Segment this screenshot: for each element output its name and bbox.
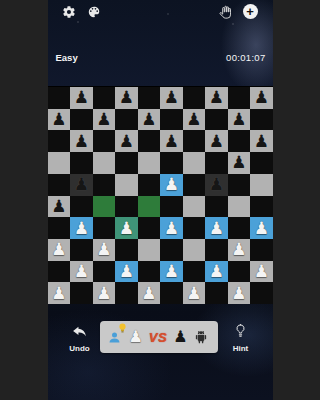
white-pawn: ♟ [119,220,134,237]
board-cell[interactable]: ♟ [70,217,93,239]
board-cell[interactable]: ♟ [70,261,93,283]
hint-button[interactable]: Hint [219,322,263,353]
black-pawn: ♟ [209,133,224,150]
black-pawn: ♟ [119,133,134,150]
white-pawn: ♟ [164,220,179,237]
board-cell[interactable] [115,196,138,218]
board-cell[interactable]: ♟ [205,130,228,152]
board-cell[interactable] [228,261,251,283]
board-cell[interactable] [228,217,251,239]
white-pawn: ♟ [74,220,89,237]
players-panel[interactable]: ♟ VS ♟ [100,321,218,353]
board-cell[interactable] [205,239,228,261]
black-pawn: ♟ [74,133,89,150]
board-cell[interactable]: ♟ [205,174,228,196]
board-cell[interactable]: ♟ [93,109,116,131]
board-cell[interactable] [115,109,138,131]
board-cell[interactable] [183,130,206,152]
board-cell[interactable]: ♟ [70,174,93,196]
board-cell[interactable]: ♟ [115,130,138,152]
black-pawn: ♟ [164,133,179,150]
board-cell[interactable] [205,109,228,131]
black-pawn: ♟ [96,111,111,128]
white-pawn: ♟ [231,285,246,302]
board-cell[interactable]: ♟ [138,109,161,131]
black-pawn: ♟ [209,89,224,106]
board-cell[interactable] [93,130,116,152]
vs-label: VS [149,330,167,345]
white-pawn: ♟ [209,220,224,237]
board-cell[interactable] [183,261,206,283]
board-cell[interactable] [115,239,138,261]
board-cell[interactable]: ♟ [70,130,93,152]
board-cell[interactable] [70,239,93,261]
board-cell[interactable] [115,282,138,304]
board-cell[interactable] [48,174,71,196]
board-cell[interactable]: ♟ [48,196,71,218]
board-cell[interactable] [160,196,183,218]
black-pawn: ♟ [186,111,201,128]
white-pawn: ♟ [164,263,179,280]
board-cell[interactable] [93,174,116,196]
board-cell[interactable] [138,87,161,109]
board-cell[interactable]: ♟ [115,217,138,239]
board-cell[interactable] [160,282,183,304]
idea-bulb-icon [118,323,127,334]
black-pawn: ♟ [254,133,269,150]
board-cell[interactable]: ♟ [48,282,71,304]
board-cell[interactable]: ♟ [160,217,183,239]
board-cell[interactable] [138,152,161,174]
board-cell[interactable]: ♟ [48,239,71,261]
board-cell[interactable] [93,87,116,109]
pan-hand-icon[interactable] [218,5,233,20]
board-cell[interactable] [48,217,71,239]
board-cell[interactable]: ♟ [70,87,93,109]
board-cell[interactable] [138,261,161,283]
white-pawn: ♟ [164,176,179,193]
black-pawn-icon: ♟ [173,329,187,345]
undo-button[interactable]: Undo [58,325,102,353]
board-cell[interactable]: ♟ [250,261,273,283]
board-cell[interactable] [250,174,273,196]
board-cell[interactable]: ♟ [228,109,251,131]
black-pawn: ♟ [74,176,89,193]
board-cell[interactable] [228,196,251,218]
board-cell[interactable] [250,239,273,261]
board-cell[interactable]: ♟ [160,130,183,152]
board-cell[interactable] [115,174,138,196]
board-cell[interactable] [138,196,161,218]
difficulty-label: Easy [56,52,78,63]
board-cell[interactable] [93,196,116,218]
board-cell[interactable] [250,282,273,304]
board-cell[interactable] [70,109,93,131]
new-game-plus-icon[interactable]: + [243,4,258,19]
black-pawn: ♟ [254,89,269,106]
board-cell[interactable] [70,152,93,174]
board-cell[interactable] [183,87,206,109]
board-cell[interactable] [138,130,161,152]
board-cell[interactable]: ♟ [160,87,183,109]
board-cell[interactable] [183,239,206,261]
board-cell[interactable]: ♟ [160,174,183,196]
settings-gear-icon[interactable] [62,5,76,19]
board-cell[interactable] [228,130,251,152]
board-cell[interactable] [205,196,228,218]
board-cell[interactable] [93,261,116,283]
black-pawn: ♟ [119,89,134,106]
white-pawn: ♟ [96,285,111,302]
board-cell[interactable] [93,217,116,239]
board-cell[interactable] [250,196,273,218]
board-cell[interactable] [250,152,273,174]
board-cell[interactable]: ♟ [250,87,273,109]
board-cell[interactable] [160,239,183,261]
board-cell[interactable] [138,239,161,261]
human-player-icon [107,330,122,345]
board-cell[interactable] [250,109,273,131]
board-cell[interactable]: ♟ [228,152,251,174]
board-cell[interactable] [70,282,93,304]
white-pawn: ♟ [96,241,111,258]
black-pawn: ♟ [209,176,224,193]
black-pawn: ♟ [141,111,156,128]
white-pawn: ♟ [231,241,246,258]
hint-label: Hint [219,344,263,353]
board-cell[interactable] [183,217,206,239]
board-cell[interactable] [70,196,93,218]
white-pawn: ♟ [209,263,224,280]
white-pawn: ♟ [186,285,201,302]
board-cell[interactable]: ♟ [93,282,116,304]
board-cell[interactable] [48,87,71,109]
board-cell[interactable] [115,152,138,174]
board-cell[interactable]: ♟ [205,261,228,283]
white-pawn: ♟ [254,263,269,280]
board-cell[interactable] [48,261,71,283]
board-cell[interactable] [205,282,228,304]
undo-label: Undo [58,344,102,353]
board-cell[interactable] [93,152,116,174]
board-cell[interactable]: ♟ [183,109,206,131]
board-cell[interactable] [138,174,161,196]
game-timer: 00:01:07 [226,52,265,63]
board-cell[interactable] [48,130,71,152]
board-cell[interactable]: ♟ [160,261,183,283]
black-pawn: ♟ [51,111,66,128]
white-pawn: ♟ [51,241,66,258]
black-pawn: ♟ [231,111,246,128]
black-pawn: ♟ [51,198,66,215]
white-pawn: ♟ [74,263,89,280]
board-cell[interactable]: ♟ [115,87,138,109]
board-cell[interactable] [205,152,228,174]
board-cell[interactable] [228,174,251,196]
board-cell[interactable]: ♟ [183,282,206,304]
android-robot-icon [193,329,209,345]
white-pawn: ♟ [141,285,156,302]
board-cell[interactable]: ♟ [205,217,228,239]
board-cell[interactable] [48,152,71,174]
board-cell[interactable] [160,152,183,174]
white-pawn: ♟ [51,285,66,302]
board-cell[interactable] [228,87,251,109]
black-pawn: ♟ [231,154,246,171]
board-cell[interactable]: ♟ [93,239,116,261]
board-cell[interactable]: ♟ [228,239,251,261]
board-cell[interactable] [138,217,161,239]
board-cell[interactable]: ♟ [138,282,161,304]
board-cell[interactable]: ♟ [250,217,273,239]
checkers-board: ♟♟♟♟♟♟♟♟♟♟♟♟♟♟♟♟♟♟♟♟♟♟♟♟♟♟♟♟♟♟♟♟♟♟♟♟♟♟ [48,86,273,304]
white-pawn-icon: ♟ [128,329,142,345]
black-pawn: ♟ [74,89,89,106]
board-cell[interactable] [160,109,183,131]
board-cell[interactable]: ♟ [205,87,228,109]
white-pawn: ♟ [119,263,134,280]
board-cell[interactable]: ♟ [48,109,71,131]
white-pawn: ♟ [254,220,269,237]
board-cell[interactable] [183,196,206,218]
board-cell[interactable]: ♟ [115,261,138,283]
app-screen: + Easy 00:01:07 ♟♟♟♟♟♟♟♟♟♟♟♟♟♟♟♟♟♟♟♟♟♟♟♟… [48,0,273,400]
board-cell[interactable]: ♟ [250,130,273,152]
board-cell[interactable] [183,152,206,174]
black-pawn: ♟ [164,89,179,106]
board-cell[interactable] [183,174,206,196]
board-cell[interactable]: ♟ [228,282,251,304]
theme-palette-icon[interactable] [87,5,101,19]
